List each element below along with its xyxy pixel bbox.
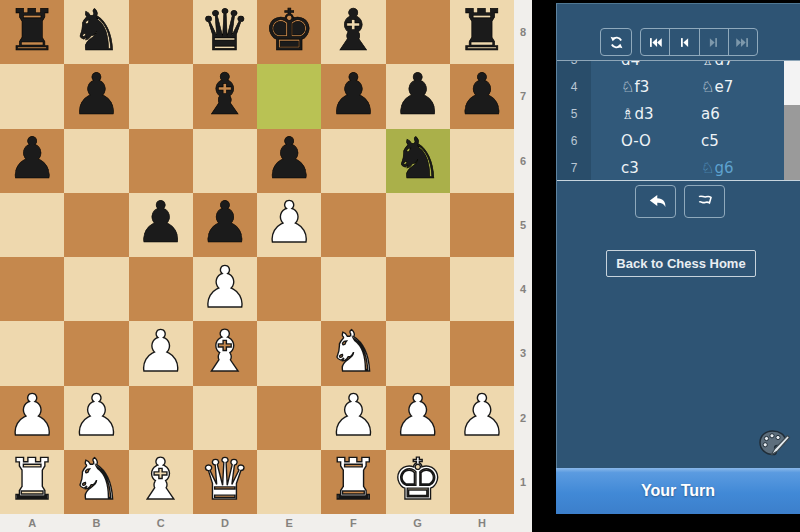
square-f6[interactable] [321,129,385,193]
piece-white-king[interactable]: ♚ [392,451,443,508]
square-c3[interactable]: ♟ [129,321,193,385]
square-c5[interactable]: ♟ [129,193,193,257]
flip-board-icon [608,34,625,51]
flip-board-button[interactable] [600,28,632,56]
theme-palette-icon [756,428,791,460]
piece-black-knight[interactable]: ♞ [392,130,443,187]
move-row-7: 7c3♘g6 [557,154,800,181]
rank-label-3: 3 [514,321,532,385]
square-e5[interactable]: ♟ [257,193,321,257]
square-e1[interactable] [257,450,321,514]
step-forward-icon [706,35,721,50]
piece-white-pawn[interactable]: ♟ [328,387,379,444]
square-h8[interactable]: ♜ [450,0,514,64]
move-row-4: 4♘f3♘e7 [557,73,800,100]
move-white-4[interactable]: ♘f3 [591,78,687,96]
piece-black-bishop[interactable]: ♝ [328,2,379,59]
square-f1[interactable]: ♜ [321,450,385,514]
square-f4[interactable] [321,257,385,321]
square-a8[interactable]: ♜ [0,0,64,64]
piece-white-pawn[interactable]: ♟ [135,323,186,380]
rank-label-6: 6 [514,129,532,193]
square-b2[interactable]: ♟ [64,386,128,450]
piece-black-pawn[interactable]: ♟ [7,130,58,187]
move-number: 7 [557,154,591,181]
square-a7[interactable] [0,64,64,128]
rank-labels: 87654321 [514,0,532,514]
square-b8[interactable]: ♞ [64,0,128,64]
move-white-6[interactable]: O-O [591,132,687,150]
square-h5[interactable] [450,193,514,257]
square-h7[interactable]: ♟ [450,64,514,128]
rank-label-2: 2 [514,386,532,450]
square-g7[interactable]: ♟ [386,64,450,128]
piece-black-pawn[interactable]: ♟ [199,194,250,251]
square-f8[interactable]: ♝ [321,0,385,64]
piece-black-king[interactable]: ♚ [264,2,315,59]
square-c6[interactable] [129,129,193,193]
piece-white-pawn[interactable]: ♟ [264,194,315,251]
turn-status-label: Your Turn [641,482,715,500]
square-e7[interactable] [257,64,321,128]
square-b4[interactable] [64,257,128,321]
move-number: 5 [557,100,591,127]
file-label-a: A [0,514,64,532]
piece-black-queen[interactable]: ♛ [199,2,250,59]
nav-last-button[interactable] [728,29,757,55]
square-g8[interactable] [386,0,450,64]
square-b7[interactable]: ♟ [64,64,128,128]
square-h2[interactable]: ♟ [450,386,514,450]
square-d7[interactable]: ♝ [193,64,257,128]
piece-black-knight[interactable]: ♞ [71,2,122,59]
piece-white-bishop[interactable]: ♝ [199,323,250,380]
square-f2[interactable]: ♟ [321,386,385,450]
square-g3[interactable] [386,321,450,385]
square-d8[interactable]: ♛ [193,0,257,64]
rank-label-4: 4 [514,257,532,321]
rank-label-8: 8 [514,0,532,64]
square-c4[interactable] [129,257,193,321]
square-e8[interactable]: ♚ [257,0,321,64]
piece-white-pawn[interactable]: ♟ [456,387,507,444]
square-d5[interactable]: ♟ [193,193,257,257]
square-e6[interactable]: ♟ [257,129,321,193]
scrollbar-thumb[interactable] [784,105,800,180]
square-b6[interactable] [64,129,128,193]
square-b3[interactable] [64,321,128,385]
piece-black-rook[interactable]: ♜ [456,2,507,59]
square-f3[interactable]: ♞ [321,321,385,385]
nav-first-button[interactable] [641,29,669,55]
square-d4[interactable]: ♟ [193,257,257,321]
chess-game-screen: ♜♞♛♚♝♜♟♝♟♟♟♟♟♞♟♟♟♟♟♝♞♟♟♟♟♟♜♞♝♛♜♚ 8765432… [0,0,800,532]
move-row-5: 5♗d3a6 [557,100,800,127]
move-row-6: 6O-Oc5 [557,127,800,154]
move-list-scrollbar[interactable] [784,61,800,180]
piece-black-pawn[interactable]: ♟ [71,66,122,123]
move-white-5[interactable]: ♗d3 [591,105,687,123]
square-f5[interactable] [321,193,385,257]
square-e4[interactable] [257,257,321,321]
square-b5[interactable] [64,193,128,257]
square-h1[interactable] [450,450,514,514]
square-b1[interactable]: ♞ [64,450,128,514]
piece-white-pawn[interactable]: ♟ [7,387,58,444]
file-label-c: C [129,514,193,532]
piece-white-pawn[interactable]: ♟ [392,387,443,444]
square-a4[interactable] [0,257,64,321]
square-c8[interactable] [129,0,193,64]
square-c2[interactable] [129,386,193,450]
piece-white-knight[interactable]: ♞ [328,323,379,380]
square-a6[interactable]: ♟ [0,129,64,193]
square-e3[interactable] [257,321,321,385]
skip-to-start-icon [648,35,663,50]
move-black-6[interactable]: c5 [687,132,784,150]
move-number: 4 [557,73,591,100]
square-d1[interactable]: ♛ [193,450,257,514]
rank-label-7: 7 [514,64,532,128]
square-g4[interactable] [386,257,450,321]
move-toolbar [557,26,800,56]
skip-to-end-icon [735,35,750,50]
square-f7[interactable]: ♟ [321,64,385,128]
step-back-icon [677,35,692,50]
piece-black-bishop[interactable]: ♝ [199,66,250,123]
piece-black-pawn[interactable]: ♟ [264,130,315,187]
file-label-h: H [450,514,514,532]
nav-prev-button[interactable] [669,29,698,55]
square-d6[interactable] [193,129,257,193]
theme-palette-button[interactable] [756,428,791,460]
move-row-3: 3d4♗d7 [557,60,800,73]
square-d3[interactable]: ♝ [193,321,257,385]
move-number: 6 [557,127,591,154]
square-a3[interactable] [0,321,64,385]
file-label-e: E [257,514,321,532]
move-black-5[interactable]: a6 [687,105,784,123]
game-actions [557,185,800,218]
piece-black-pawn[interactable]: ♟ [456,66,507,123]
piece-white-queen[interactable]: ♛ [199,451,250,508]
square-g6[interactable]: ♞ [386,129,450,193]
square-c7[interactable] [129,64,193,128]
file-label-g: G [386,514,450,532]
square-e2[interactable] [257,386,321,450]
move-black-4[interactable]: ♘e7 [687,78,784,96]
square-a1[interactable]: ♜ [0,450,64,514]
piece-black-pawn[interactable]: ♟ [135,194,186,251]
piece-white-rook[interactable]: ♜ [328,451,379,508]
piece-white-pawn[interactable]: ♟ [71,387,122,444]
file-label-f: F [321,514,385,532]
square-h3[interactable] [450,321,514,385]
nav-next-button[interactable] [699,29,728,55]
piece-white-knight[interactable]: ♞ [71,451,122,508]
square-a2[interactable]: ♟ [0,386,64,450]
square-d2[interactable] [193,386,257,450]
game-sidebar: 3d4♗d74♘f3♘e75♗d3a66O-Oc57c3♘g6 [556,3,800,468]
square-a5[interactable] [0,193,64,257]
turn-status-bar: Your Turn [556,468,800,514]
move-white-7[interactable]: c3 [591,159,687,177]
undo-button[interactable] [635,185,676,218]
resign-flag-icon [694,192,716,212]
move-navigation [640,28,758,56]
file-labels: ABCDEFGH [0,514,514,532]
chess-board-region: ♜♞♛♚♝♜♟♝♟♟♟♟♟♞♟♟♟♟♟♝♞♟♟♟♟♟♜♞♝♛♜♚ 8765432… [0,0,532,532]
piece-white-pawn[interactable]: ♟ [199,259,250,316]
rank-label-5: 5 [514,193,532,257]
resign-flag-button[interactable] [684,185,725,218]
rank-label-1: 1 [514,450,532,514]
back-to-home-button[interactable]: Back to Chess Home [606,250,756,277]
piece-white-rook[interactable]: ♜ [7,451,58,508]
move-list[interactable]: 3d4♗d74♘f3♘e75♗d3a66O-Oc57c3♘g6 [557,60,800,181]
move-black-7[interactable]: ♘g6 [687,159,784,177]
piece-black-pawn[interactable]: ♟ [328,66,379,123]
square-h6[interactable] [450,129,514,193]
square-h4[interactable] [450,257,514,321]
square-g1[interactable]: ♚ [386,450,450,514]
file-label-b: B [64,514,128,532]
move-white-3[interactable]: d4 [591,60,687,69]
piece-white-bishop[interactable]: ♝ [135,451,186,508]
square-c1[interactable]: ♝ [129,450,193,514]
undo-icon [645,192,667,212]
move-number: 3 [557,60,591,73]
move-black-3[interactable]: ♗d7 [687,60,784,69]
piece-black-rook[interactable]: ♜ [7,2,58,59]
square-g5[interactable] [386,193,450,257]
piece-black-pawn[interactable]: ♟ [392,66,443,123]
file-label-d: D [193,514,257,532]
square-g2[interactable]: ♟ [386,386,450,450]
chess-board[interactable]: ♜♞♛♚♝♜♟♝♟♟♟♟♟♞♟♟♟♟♟♝♞♟♟♟♟♟♜♞♝♛♜♚ [0,0,514,514]
